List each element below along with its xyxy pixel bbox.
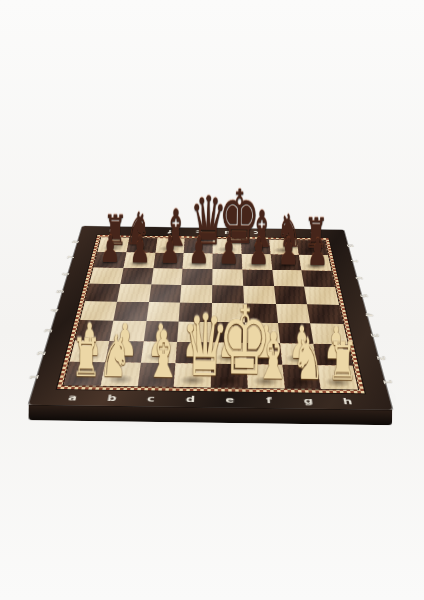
playing-area: ♜♞♝♛♚♝♞♜♟♟♟♟♟♟♟♟♟♟♟♟♟♟♟♟♜♞♝♛♚♝♞♜ [56, 235, 366, 395]
square-h6[interactable] [302, 270, 335, 287]
file-label-e: e [211, 394, 251, 405]
square-f7[interactable]: ♟ [241, 254, 271, 270]
rank-label-right-8: 8 [324, 244, 354, 247]
black-pawn-h7[interactable]: ♟ [307, 234, 326, 270]
black-pawn-c7[interactable]: ♟ [159, 232, 178, 268]
black-pawn-a7[interactable]: ♟ [99, 231, 118, 267]
rank-label-left-5: 5 [55, 290, 89, 294]
white-knight-g1[interactable]: ♞ [291, 332, 315, 387]
white-bishop-c1[interactable]: ♝ [144, 324, 168, 386]
square-c6[interactable] [151, 268, 183, 285]
black-pawn-g7[interactable]: ♟ [277, 233, 296, 269]
file-label-b: b [92, 393, 133, 404]
file-label-c: c [131, 393, 171, 404]
square-c5[interactable] [149, 285, 182, 303]
black-pawn-d7[interactable]: ♟ [188, 232, 207, 268]
chess-board: abcdefgh 87654321 87654321 abcdefgh ♜♞♝♛… [29, 226, 393, 410]
square-b7[interactable]: ♟ [123, 252, 155, 268]
square-f6[interactable] [242, 269, 273, 286]
file-label-a: a [52, 392, 94, 403]
rank-label-left-6: 6 [61, 272, 93, 276]
square-e6[interactable] [212, 269, 243, 286]
board-squares: ♜♞♝♛♚♝♞♜♟♟♟♟♟♟♟♟♟♟♟♟♟♟♟♟♜♞♝♛♚♝♞♜ [64, 237, 358, 389]
rank-label-right-6: 6 [331, 276, 363, 280]
square-d6[interactable] [182, 268, 213, 285]
square-a5[interactable] [85, 284, 120, 302]
black-pawn-b7[interactable]: ♟ [129, 231, 148, 267]
rank-label-left-7: 7 [66, 256, 97, 259]
white-knight-b1[interactable]: ♞ [108, 330, 132, 385]
square-b6[interactable] [120, 268, 153, 285]
square-h7[interactable]: ♟ [299, 255, 331, 271]
square-g5[interactable] [274, 286, 308, 304]
square-c7[interactable]: ♟ [153, 253, 184, 269]
rank-label-left-8: 8 [71, 240, 101, 243]
file-label-g: g [289, 395, 330, 406]
white-rook-a1[interactable]: ♜ [71, 333, 94, 384]
file-label-f: f [250, 395, 290, 406]
board-perspective-wrap: abcdefgh 87654321 87654321 abcdefgh ♜♞♝♛… [58, 149, 366, 457]
square-g6[interactable] [272, 270, 304, 287]
file-label-d: d [171, 394, 211, 405]
rank-label-right-7: 7 [328, 259, 359, 262]
rank-label-right-5: 5 [335, 294, 369, 298]
square-b5[interactable] [117, 284, 151, 302]
square-d7[interactable]: ♟ [183, 253, 213, 269]
white-queen-d1[interactable]: ♛ [181, 304, 205, 386]
square-g7[interactable]: ♟ [270, 254, 301, 270]
white-bishop-f1[interactable]: ♝ [255, 325, 279, 387]
square-e7[interactable]: ♟ [212, 253, 242, 269]
file-label-h: h [328, 396, 369, 407]
square-a6[interactable] [89, 267, 123, 284]
black-pawn-f7[interactable]: ♟ [248, 233, 267, 269]
white-rook-h1[interactable]: ♜ [328, 337, 351, 388]
chess-set-photo: abcdefgh 87654321 87654321 abcdefgh ♜♞♝♛… [0, 0, 424, 600]
square-b1[interactable]: ♞ [100, 362, 140, 386]
square-a7[interactable]: ♟ [94, 252, 127, 268]
black-pawn-e7[interactable]: ♟ [218, 233, 237, 269]
square-h5[interactable] [304, 287, 339, 305]
square-c1[interactable]: ♝ [137, 363, 176, 387]
